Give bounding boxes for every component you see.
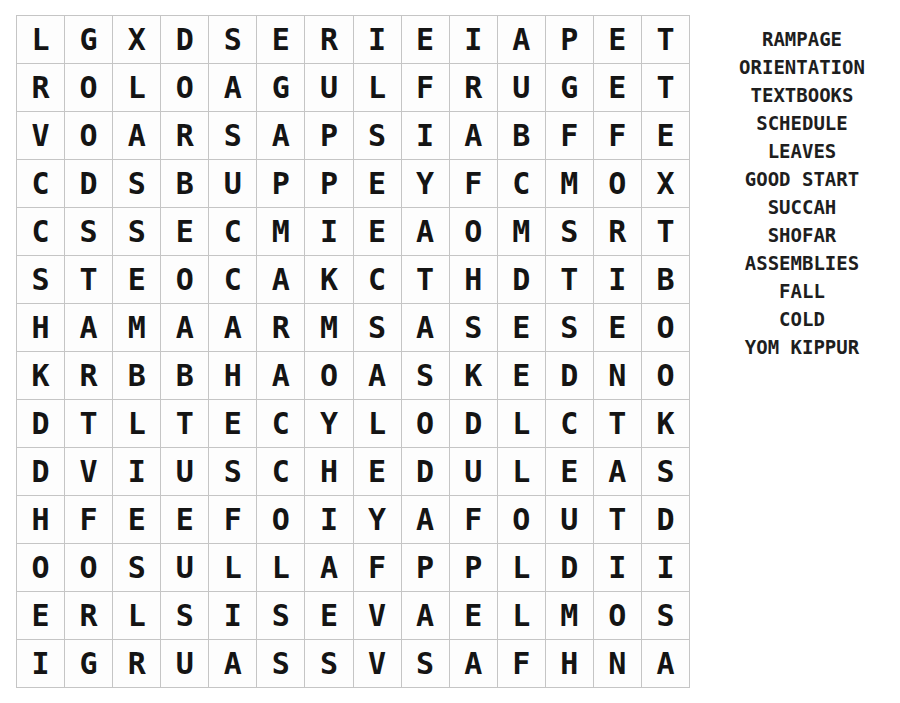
grid-cell-r3c5[interactable]: S [209, 112, 257, 160]
grid-cell-r7c7[interactable]: M [305, 304, 353, 352]
grid-cell-r13c14[interactable]: S [642, 592, 690, 640]
word-item: FALL [704, 277, 900, 305]
grid-cell-r1c12[interactable]: P [546, 16, 594, 64]
grid-cell-r9c14[interactable]: K [642, 400, 690, 448]
grid-cell-r8c12[interactable]: D [546, 352, 594, 400]
grid-cell-r7c9[interactable]: A [402, 304, 450, 352]
grid-cell-r7c11[interactable]: E [498, 304, 546, 352]
grid-cell-r1c9[interactable]: E [402, 16, 450, 64]
grid-cell-r14c14[interactable]: A [642, 640, 690, 688]
grid-cell-r10c12[interactable]: E [546, 448, 594, 496]
grid-cell-r10c3[interactable]: I [113, 448, 161, 496]
grid-cell-r11c5[interactable]: F [209, 496, 257, 544]
grid-cell-r13c4[interactable]: S [161, 592, 209, 640]
grid-cell-r1c1[interactable]: L [17, 16, 65, 64]
word-item: ORIENTATION [704, 53, 900, 81]
word-search-grid: LGXDSERIEIAPETROLOAGULFRUGETVOARSAPSIABF… [16, 15, 690, 688]
grid-cell-r11c2[interactable]: F [65, 496, 113, 544]
grid-cell-r9c9[interactable]: O [402, 400, 450, 448]
grid-cell-r6c8[interactable]: C [354, 256, 402, 304]
grid-cell-r10c9[interactable]: D [402, 448, 450, 496]
grid-cell-r10c5[interactable]: S [209, 448, 257, 496]
grid-cell-r6c6[interactable]: A [257, 256, 305, 304]
grid-cell-r14c11[interactable]: F [498, 640, 546, 688]
grid-cell-r10c6[interactable]: C [257, 448, 305, 496]
grid-cell-r12c5[interactable]: L [209, 544, 257, 592]
grid-cell-r10c8[interactable]: E [354, 448, 402, 496]
grid-cell-r13c12[interactable]: M [546, 592, 594, 640]
grid-cell-r6c2[interactable]: T [65, 256, 113, 304]
grid-cell-r4c1[interactable]: C [17, 160, 65, 208]
grid-cell-r2c8[interactable]: L [354, 64, 402, 112]
grid-cell-r8c10[interactable]: K [450, 352, 498, 400]
grid-cell-r12c1[interactable]: O [17, 544, 65, 592]
grid-cell-r6c9[interactable]: T [402, 256, 450, 304]
grid-cell-r6c11[interactable]: D [498, 256, 546, 304]
grid-cell-r8c2[interactable]: R [65, 352, 113, 400]
grid-cell-r12c11[interactable]: L [498, 544, 546, 592]
grid-cell-r4c7[interactable]: P [305, 160, 353, 208]
grid-cell-r1c8[interactable]: I [354, 16, 402, 64]
grid-cell-r4c8[interactable]: E [354, 160, 402, 208]
grid-cell-r9c11[interactable]: L [498, 400, 546, 448]
grid-cell-r12c7[interactable]: A [305, 544, 353, 592]
grid-cell-r12c6[interactable]: L [257, 544, 305, 592]
grid-cell-r10c4[interactable]: U [161, 448, 209, 496]
grid-cell-r6c3[interactable]: E [113, 256, 161, 304]
grid-cell-r7c4[interactable]: A [161, 304, 209, 352]
grid-cell-r9c6[interactable]: C [257, 400, 305, 448]
grid-cell-r7c12[interactable]: S [546, 304, 594, 352]
grid-cell-r4c14[interactable]: X [642, 160, 690, 208]
grid-cell-r2c7[interactable]: U [305, 64, 353, 112]
grid-cell-r11c3[interactable]: E [113, 496, 161, 544]
grid-cell-r2c3[interactable]: L [113, 64, 161, 112]
grid-cell-r1c4[interactable]: D [161, 16, 209, 64]
grid-cell-r7c14[interactable]: O [642, 304, 690, 352]
grid-cell-r2c4[interactable]: O [161, 64, 209, 112]
grid-cell-r2c5[interactable]: A [209, 64, 257, 112]
grid-cell-r5c2[interactable]: S [65, 208, 113, 256]
grid-cell-r6c1[interactable]: S [17, 256, 65, 304]
grid-cell-r12c2[interactable]: O [65, 544, 113, 592]
grid-cell-r13c13[interactable]: O [594, 592, 642, 640]
grid-cell-r3c14[interactable]: E [642, 112, 690, 160]
grid-cell-r1c13[interactable]: E [594, 16, 642, 64]
grid-cell-r14c1[interactable]: I [17, 640, 65, 688]
grid-cell-r7c10[interactable]: S [450, 304, 498, 352]
grid-cell-r11c13[interactable]: T [594, 496, 642, 544]
grid-cell-r1c11[interactable]: A [498, 16, 546, 64]
grid-cell-r12c14[interactable]: I [642, 544, 690, 592]
grid-cell-r9c1[interactable]: D [17, 400, 65, 448]
grid-cell-r14c10[interactable]: A [450, 640, 498, 688]
word-item: GOOD START [704, 165, 900, 193]
grid-cell-r4c9[interactable]: Y [402, 160, 450, 208]
grid-cell-r10c13[interactable]: A [594, 448, 642, 496]
grid-cell-r7c8[interactable]: S [354, 304, 402, 352]
grid-cell-r4c5[interactable]: U [209, 160, 257, 208]
grid-cell-r2c14[interactable]: T [642, 64, 690, 112]
grid-cell-r13c7[interactable]: E [305, 592, 353, 640]
grid-cell-r9c5[interactable]: E [209, 400, 257, 448]
grid-cell-r3c3[interactable]: A [113, 112, 161, 160]
grid-cell-r8c7[interactable]: O [305, 352, 353, 400]
word-item: TEXTBOOKS [704, 81, 900, 109]
grid-cell-r5c13[interactable]: R [594, 208, 642, 256]
grid-cell-r14c3[interactable]: R [113, 640, 161, 688]
grid-cell-r5c9[interactable]: A [402, 208, 450, 256]
grid-cell-r4c6[interactable]: P [257, 160, 305, 208]
grid-cell-r14c13[interactable]: N [594, 640, 642, 688]
grid-cell-r13c5[interactable]: I [209, 592, 257, 640]
grid-cell-r14c8[interactable]: V [354, 640, 402, 688]
grid-cell-r3c2[interactable]: O [65, 112, 113, 160]
grid-cell-r5c6[interactable]: M [257, 208, 305, 256]
grid-cell-r8c6[interactable]: A [257, 352, 305, 400]
grid-cell-r11c12[interactable]: U [546, 496, 594, 544]
grid-cell-r3c4[interactable]: R [161, 112, 209, 160]
grid-cell-r3c10[interactable]: A [450, 112, 498, 160]
grid-cell-r3c13[interactable]: F [594, 112, 642, 160]
grid-cell-r12c3[interactable]: S [113, 544, 161, 592]
grid-cell-r11c1[interactable]: H [17, 496, 65, 544]
grid-cell-r8c3[interactable]: B [113, 352, 161, 400]
grid-cell-r3c1[interactable]: V [17, 112, 65, 160]
grid-cell-r5c5[interactable]: C [209, 208, 257, 256]
word-item: COLD [704, 305, 900, 333]
grid-cell-r6c4[interactable]: O [161, 256, 209, 304]
grid-cell-r2c11[interactable]: U [498, 64, 546, 112]
grid-cell-r10c14[interactable]: S [642, 448, 690, 496]
grid-cell-r1c7[interactable]: R [305, 16, 353, 64]
word-item: YOM KIPPUR [704, 333, 900, 361]
grid-cell-r2c1[interactable]: R [17, 64, 65, 112]
grid-cell-r14c6[interactable]: S [257, 640, 305, 688]
grid-cell-r2c12[interactable]: G [546, 64, 594, 112]
grid-cell-r3c6[interactable]: A [257, 112, 305, 160]
grid-cell-r2c2[interactable]: O [65, 64, 113, 112]
grid-cell-r14c9[interactable]: S [402, 640, 450, 688]
grid-cell-r6c7[interactable]: K [305, 256, 353, 304]
grid-cell-r8c8[interactable]: A [354, 352, 402, 400]
grid-cell-r14c4[interactable]: U [161, 640, 209, 688]
grid-cell-r11c9[interactable]: A [402, 496, 450, 544]
grid-cell-r4c11[interactable]: C [498, 160, 546, 208]
grid-cell-r6c5[interactable]: C [209, 256, 257, 304]
grid-cell-r6c10[interactable]: H [450, 256, 498, 304]
grid-cell-r1c2[interactable]: G [65, 16, 113, 64]
grid-cell-r7c6[interactable]: R [257, 304, 305, 352]
grid-cell-r9c13[interactable]: T [594, 400, 642, 448]
grid-cell-r11c14[interactable]: D [642, 496, 690, 544]
grid-cell-r10c7[interactable]: H [305, 448, 353, 496]
grid-cell-r8c1[interactable]: K [17, 352, 65, 400]
grid-cell-r8c5[interactable]: H [209, 352, 257, 400]
grid-cell-r12c13[interactable]: I [594, 544, 642, 592]
grid-cell-r1c10[interactable]: I [450, 16, 498, 64]
grid-cell-r3c9[interactable]: I [402, 112, 450, 160]
grid-cell-r9c3[interactable]: L [113, 400, 161, 448]
grid-cell-r5c1[interactable]: C [17, 208, 65, 256]
word-item: RAMPAGE [704, 25, 900, 53]
grid-cell-r1c3[interactable]: X [113, 16, 161, 64]
grid-cell-r14c5[interactable]: A [209, 640, 257, 688]
grid-cell-r4c2[interactable]: D [65, 160, 113, 208]
grid-cell-r9c10[interactable]: D [450, 400, 498, 448]
grid-cell-r5c11[interactable]: M [498, 208, 546, 256]
grid-cell-r11c10[interactable]: F [450, 496, 498, 544]
grid-cell-r5c3[interactable]: S [113, 208, 161, 256]
grid-cell-r12c9[interactable]: P [402, 544, 450, 592]
grid-cell-r10c1[interactable]: D [17, 448, 65, 496]
grid-cell-r7c2[interactable]: A [65, 304, 113, 352]
grid-cell-r9c12[interactable]: C [546, 400, 594, 448]
word-item: LEAVES [704, 137, 900, 165]
grid-cell-r2c6[interactable]: G [257, 64, 305, 112]
grid-cell-r13c9[interactable]: A [402, 592, 450, 640]
grid-cell-r3c8[interactable]: S [354, 112, 402, 160]
grid-cell-r8c11[interactable]: E [498, 352, 546, 400]
grid-cell-r11c8[interactable]: Y [354, 496, 402, 544]
grid-cell-r5c8[interactable]: E [354, 208, 402, 256]
grid-cell-r14c2[interactable]: G [65, 640, 113, 688]
grid-cell-r1c6[interactable]: E [257, 16, 305, 64]
grid-cell-r8c4[interactable]: B [161, 352, 209, 400]
grid-cell-r4c13[interactable]: O [594, 160, 642, 208]
grid-cell-r11c4[interactable]: E [161, 496, 209, 544]
grid-cell-r3c7[interactable]: P [305, 112, 353, 160]
grid-cell-r7c5[interactable]: A [209, 304, 257, 352]
grid-cell-r4c12[interactable]: M [546, 160, 594, 208]
grid-cell-r13c8[interactable]: V [354, 592, 402, 640]
grid-cell-r6c13[interactable]: I [594, 256, 642, 304]
grid-cell-r6c12[interactable]: T [546, 256, 594, 304]
grid-cell-r7c13[interactable]: E [594, 304, 642, 352]
grid-cell-r9c7[interactable]: Y [305, 400, 353, 448]
grid-cell-r8c9[interactable]: S [402, 352, 450, 400]
grid-cell-r3c12[interactable]: F [546, 112, 594, 160]
grid-cell-r13c11[interactable]: L [498, 592, 546, 640]
grid-cell-r5c12[interactable]: S [546, 208, 594, 256]
grid-cell-r11c6[interactable]: O [257, 496, 305, 544]
grid-cell-r14c7[interactable]: S [305, 640, 353, 688]
grid-cell-r11c7[interactable]: I [305, 496, 353, 544]
grid-cell-r1c14[interactable]: T [642, 16, 690, 64]
grid-cell-r5c7[interactable]: I [305, 208, 353, 256]
grid-cell-r12c4[interactable]: U [161, 544, 209, 592]
grid-cell-r12c8[interactable]: F [354, 544, 402, 592]
grid-cell-r10c10[interactable]: U [450, 448, 498, 496]
grid-cell-r8c14[interactable]: O [642, 352, 690, 400]
word-item: ASSEMBLIES [704, 249, 900, 277]
word-item: SHOFAR [704, 221, 900, 249]
grid-cell-r14c12[interactable]: H [546, 640, 594, 688]
grid-cell-r2c10[interactable]: R [450, 64, 498, 112]
grid-cell-r5c10[interactable]: O [450, 208, 498, 256]
grid-cell-r3c11[interactable]: B [498, 112, 546, 160]
grid-cell-r2c9[interactable]: F [402, 64, 450, 112]
word-item: SUCCAH [704, 193, 900, 221]
grid-cell-r9c2[interactable]: T [65, 400, 113, 448]
grid-cell-r4c3[interactable]: S [113, 160, 161, 208]
grid-cell-r4c4[interactable]: B [161, 160, 209, 208]
grid-cell-r2c13[interactable]: E [594, 64, 642, 112]
grid-cell-r12c12[interactable]: D [546, 544, 594, 592]
grid-cell-r5c4[interactable]: E [161, 208, 209, 256]
grid-cell-r11c11[interactable]: O [498, 496, 546, 544]
word-item: SCHEDULE [704, 109, 900, 137]
grid-cell-r13c3[interactable]: L [113, 592, 161, 640]
grid-cell-r10c2[interactable]: V [65, 448, 113, 496]
grid-cell-r6c14[interactable]: B [642, 256, 690, 304]
grid-cell-r13c1[interactable]: E [17, 592, 65, 640]
grid-cell-r1c5[interactable]: S [209, 16, 257, 64]
grid-cell-r9c4[interactable]: T [161, 400, 209, 448]
grid-cell-r9c8[interactable]: L [354, 400, 402, 448]
grid-cell-r7c1[interactable]: H [17, 304, 65, 352]
word-list: RAMPAGEORIENTATIONTEXTBOOKSSCHEDULELEAVE… [704, 25, 900, 361]
grid-cell-r12c10[interactable]: P [450, 544, 498, 592]
grid-cell-r5c14[interactable]: T [642, 208, 690, 256]
grid-cell-r10c11[interactable]: L [498, 448, 546, 496]
grid-cell-r13c6[interactable]: S [257, 592, 305, 640]
grid-cell-r8c13[interactable]: N [594, 352, 642, 400]
grid-cell-r7c3[interactable]: M [113, 304, 161, 352]
grid-cell-r13c2[interactable]: R [65, 592, 113, 640]
grid-cell-r13c10[interactable]: E [450, 592, 498, 640]
grid-cell-r4c10[interactable]: F [450, 160, 498, 208]
